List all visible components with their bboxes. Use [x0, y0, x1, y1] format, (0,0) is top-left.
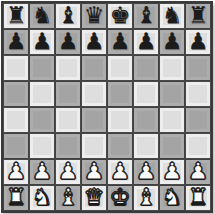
square-g2[interactable]: ♟	[159, 159, 185, 185]
square-e6[interactable]	[107, 55, 133, 81]
square-b6[interactable]	[29, 55, 55, 81]
square-a4[interactable]	[3, 107, 29, 133]
square-e8[interactable]: ♚	[107, 3, 133, 29]
white-knight: ♞	[32, 186, 53, 209]
black-pawn: ♟	[110, 30, 131, 53]
square-c1[interactable]: ♝	[55, 185, 81, 211]
square-g3[interactable]	[159, 133, 185, 159]
square-d5[interactable]	[81, 81, 107, 107]
square-b5[interactable]	[29, 81, 55, 107]
square-a2[interactable]: ♟	[3, 159, 29, 185]
square-h7[interactable]: ♟	[185, 29, 211, 55]
square-h8[interactable]: ♜	[185, 3, 211, 29]
square-d4[interactable]	[81, 107, 107, 133]
white-pawn: ♟	[110, 160, 131, 183]
black-rook: ♜	[6, 4, 27, 27]
black-pawn: ♟	[162, 30, 183, 53]
square-b2[interactable]: ♟	[29, 159, 55, 185]
square-b7[interactable]: ♟	[29, 29, 55, 55]
black-bishop: ♝	[136, 4, 157, 27]
black-pawn: ♟	[58, 30, 79, 53]
white-pawn: ♟	[32, 160, 53, 183]
square-c4[interactable]	[55, 107, 81, 133]
square-h4[interactable]	[185, 107, 211, 133]
square-c8[interactable]: ♝	[55, 3, 81, 29]
square-g1[interactable]: ♞	[159, 185, 185, 211]
square-b8[interactable]: ♞	[29, 3, 55, 29]
square-a3[interactable]	[3, 133, 29, 159]
black-king: ♚	[110, 4, 131, 27]
black-pawn: ♟	[136, 30, 157, 53]
chess-board: ♜♞♝♛♚♝♞♜♟♟♟♟♟♟♟♟♟♟♟♟♟♟♟♟♜♞♝♛♚♝♞♜	[1, 1, 213, 213]
black-rook: ♜	[188, 4, 209, 27]
square-h3[interactable]	[185, 133, 211, 159]
square-d3[interactable]	[81, 133, 107, 159]
square-f6[interactable]	[133, 55, 159, 81]
square-g7[interactable]: ♟	[159, 29, 185, 55]
white-pawn: ♟	[6, 160, 27, 183]
square-e5[interactable]	[107, 81, 133, 107]
square-c7[interactable]: ♟	[55, 29, 81, 55]
white-queen: ♛	[84, 186, 105, 209]
black-knight: ♞	[32, 4, 53, 27]
square-a6[interactable]	[3, 55, 29, 81]
white-knight: ♞	[162, 186, 183, 209]
black-queen: ♛	[84, 4, 105, 27]
square-f3[interactable]	[133, 133, 159, 159]
white-pawn: ♟	[84, 160, 105, 183]
square-a5[interactable]	[3, 81, 29, 107]
square-h6[interactable]	[185, 55, 211, 81]
square-b3[interactable]	[29, 133, 55, 159]
square-b1[interactable]: ♞	[29, 185, 55, 211]
white-pawn: ♟	[188, 160, 209, 183]
square-h2[interactable]: ♟	[185, 159, 211, 185]
white-pawn: ♟	[136, 160, 157, 183]
square-c3[interactable]	[55, 133, 81, 159]
square-d7[interactable]: ♟	[81, 29, 107, 55]
square-a8[interactable]: ♜	[3, 3, 29, 29]
square-d1[interactable]: ♛	[81, 185, 107, 211]
square-g4[interactable]	[159, 107, 185, 133]
black-knight: ♞	[162, 4, 183, 27]
square-f8[interactable]: ♝	[133, 3, 159, 29]
square-d8[interactable]: ♛	[81, 3, 107, 29]
white-king: ♚	[110, 186, 131, 209]
square-f7[interactable]: ♟	[133, 29, 159, 55]
black-pawn: ♟	[84, 30, 105, 53]
square-f5[interactable]	[133, 81, 159, 107]
square-h5[interactable]	[185, 81, 211, 107]
black-bishop: ♝	[58, 4, 79, 27]
square-a7[interactable]: ♟	[3, 29, 29, 55]
square-f4[interactable]	[133, 107, 159, 133]
black-pawn: ♟	[188, 30, 209, 53]
black-pawn: ♟	[6, 30, 27, 53]
white-rook: ♜	[188, 186, 209, 209]
square-e1[interactable]: ♚	[107, 185, 133, 211]
square-e4[interactable]	[107, 107, 133, 133]
square-c5[interactable]	[55, 81, 81, 107]
chess-board-screenshot: ♜♞♝♛♚♝♞♜♟♟♟♟♟♟♟♟♟♟♟♟♟♟♟♟♜♞♝♛♚♝♞♜	[0, 0, 215, 214]
square-c2[interactable]: ♟	[55, 159, 81, 185]
white-bishop: ♝	[58, 186, 79, 209]
square-f2[interactable]: ♟	[133, 159, 159, 185]
square-c6[interactable]	[55, 55, 81, 81]
square-f1[interactable]: ♝	[133, 185, 159, 211]
white-pawn: ♟	[58, 160, 79, 183]
square-g6[interactable]	[159, 55, 185, 81]
square-b4[interactable]	[29, 107, 55, 133]
square-e3[interactable]	[107, 133, 133, 159]
white-pawn: ♟	[162, 160, 183, 183]
square-h1[interactable]: ♜	[185, 185, 211, 211]
square-d6[interactable]	[81, 55, 107, 81]
square-a1[interactable]: ♜	[3, 185, 29, 211]
square-g8[interactable]: ♞	[159, 3, 185, 29]
square-d2[interactable]: ♟	[81, 159, 107, 185]
white-rook: ♜	[6, 186, 27, 209]
square-e7[interactable]: ♟	[107, 29, 133, 55]
square-g5[interactable]	[159, 81, 185, 107]
white-bishop: ♝	[136, 186, 157, 209]
square-e2[interactable]: ♟	[107, 159, 133, 185]
black-pawn: ♟	[32, 30, 53, 53]
